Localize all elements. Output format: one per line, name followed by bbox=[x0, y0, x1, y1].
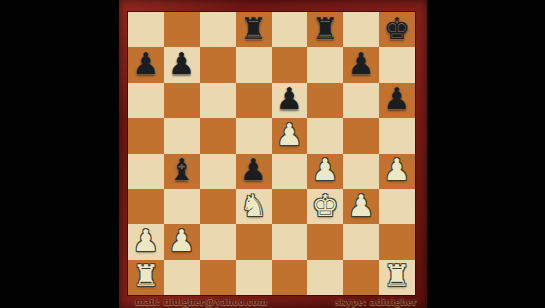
square-f7[interactable] bbox=[307, 47, 343, 82]
black-rook: ♜ bbox=[312, 14, 339, 44]
square-d2[interactable] bbox=[236, 224, 272, 259]
square-h1[interactable]: ♜ bbox=[379, 260, 415, 295]
white-pawn: ♟ bbox=[384, 155, 411, 185]
mail-text: mail: diulgher@yahoo.com bbox=[135, 295, 267, 307]
black-king: ♚ bbox=[384, 14, 411, 44]
square-b4[interactable]: ♝ bbox=[164, 154, 200, 189]
black-rook: ♜ bbox=[240, 14, 267, 44]
square-c4[interactable] bbox=[200, 154, 236, 189]
black-pawn: ♟ bbox=[384, 84, 411, 114]
square-d4[interactable]: ♟ bbox=[236, 154, 272, 189]
square-c7[interactable] bbox=[200, 47, 236, 82]
square-d6[interactable] bbox=[236, 83, 272, 118]
square-g3[interactable]: ♟ bbox=[343, 189, 379, 224]
white-rook: ♜ bbox=[384, 261, 411, 291]
square-b1[interactable] bbox=[164, 260, 200, 295]
video-frame: ♜♜♚♟♟♟♟♟♟♝♟♟♟♞♚♟♟♟♜♜ mail: diulgher@yaho… bbox=[0, 0, 545, 308]
white-rook: ♜ bbox=[132, 261, 159, 291]
square-b8[interactable] bbox=[164, 12, 200, 47]
square-a5[interactable] bbox=[128, 118, 164, 153]
square-f6[interactable] bbox=[307, 83, 343, 118]
black-pawn: ♟ bbox=[240, 155, 267, 185]
square-a6[interactable] bbox=[128, 83, 164, 118]
square-f3[interactable]: ♚ bbox=[307, 189, 343, 224]
black-bishop: ♝ bbox=[168, 155, 195, 185]
square-e1[interactable] bbox=[272, 260, 308, 295]
square-h8[interactable]: ♚ bbox=[379, 12, 415, 47]
square-h7[interactable] bbox=[379, 47, 415, 82]
square-g4[interactable] bbox=[343, 154, 379, 189]
white-knight: ♞ bbox=[240, 191, 267, 221]
square-c1[interactable] bbox=[200, 260, 236, 295]
black-pawn: ♟ bbox=[348, 49, 375, 79]
square-b5[interactable] bbox=[164, 118, 200, 153]
square-h5[interactable] bbox=[379, 118, 415, 153]
contact-bar: mail: diulgher@yahoo.com skype: adiulghe… bbox=[119, 295, 427, 308]
square-a8[interactable] bbox=[128, 12, 164, 47]
square-g1[interactable] bbox=[343, 260, 379, 295]
square-b2[interactable]: ♟ bbox=[164, 224, 200, 259]
square-c3[interactable] bbox=[200, 189, 236, 224]
square-e8[interactable] bbox=[272, 12, 308, 47]
square-d3[interactable]: ♞ bbox=[236, 189, 272, 224]
square-g5[interactable] bbox=[343, 118, 379, 153]
square-c6[interactable] bbox=[200, 83, 236, 118]
square-h3[interactable] bbox=[379, 189, 415, 224]
square-a3[interactable] bbox=[128, 189, 164, 224]
white-king: ♚ bbox=[312, 191, 339, 221]
square-f1[interactable] bbox=[307, 260, 343, 295]
square-e7[interactable] bbox=[272, 47, 308, 82]
square-f4[interactable]: ♟ bbox=[307, 154, 343, 189]
square-c2[interactable] bbox=[200, 224, 236, 259]
square-c5[interactable] bbox=[200, 118, 236, 153]
square-g8[interactable] bbox=[343, 12, 379, 47]
board-frame: ♜♜♚♟♟♟♟♟♟♝♟♟♟♞♚♟♟♟♜♜ mail: diulgher@yaho… bbox=[119, 0, 427, 308]
square-f2[interactable] bbox=[307, 224, 343, 259]
white-pawn: ♟ bbox=[168, 226, 195, 256]
white-pawn: ♟ bbox=[276, 120, 303, 150]
square-e5[interactable]: ♟ bbox=[272, 118, 308, 153]
square-f8[interactable]: ♜ bbox=[307, 12, 343, 47]
square-e2[interactable] bbox=[272, 224, 308, 259]
square-h2[interactable] bbox=[379, 224, 415, 259]
square-c8[interactable] bbox=[200, 12, 236, 47]
square-g7[interactable]: ♟ bbox=[343, 47, 379, 82]
letterbox-left bbox=[0, 0, 119, 308]
square-g2[interactable] bbox=[343, 224, 379, 259]
skype-text: skype: adiulgher bbox=[335, 295, 417, 307]
black-pawn: ♟ bbox=[132, 49, 159, 79]
white-pawn: ♟ bbox=[132, 226, 159, 256]
square-f5[interactable] bbox=[307, 118, 343, 153]
square-a2[interactable]: ♟ bbox=[128, 224, 164, 259]
square-g6[interactable] bbox=[343, 83, 379, 118]
letterbox-right bbox=[427, 0, 545, 308]
white-pawn: ♟ bbox=[312, 155, 339, 185]
square-e6[interactable]: ♟ bbox=[272, 83, 308, 118]
square-b7[interactable]: ♟ bbox=[164, 47, 200, 82]
black-pawn: ♟ bbox=[276, 84, 303, 114]
square-d7[interactable] bbox=[236, 47, 272, 82]
square-d1[interactable] bbox=[236, 260, 272, 295]
square-d5[interactable] bbox=[236, 118, 272, 153]
square-h4[interactable]: ♟ bbox=[379, 154, 415, 189]
square-e3[interactable] bbox=[272, 189, 308, 224]
square-b6[interactable] bbox=[164, 83, 200, 118]
square-e4[interactable] bbox=[272, 154, 308, 189]
square-a4[interactable] bbox=[128, 154, 164, 189]
black-pawn: ♟ bbox=[168, 49, 195, 79]
square-d8[interactable]: ♜ bbox=[236, 12, 272, 47]
square-a7[interactable]: ♟ bbox=[128, 47, 164, 82]
white-pawn: ♟ bbox=[348, 191, 375, 221]
square-b3[interactable] bbox=[164, 189, 200, 224]
chess-board: ♜♜♚♟♟♟♟♟♟♝♟♟♟♞♚♟♟♟♜♜ bbox=[128, 12, 415, 295]
square-a1[interactable]: ♜ bbox=[128, 260, 164, 295]
square-h6[interactable]: ♟ bbox=[379, 83, 415, 118]
